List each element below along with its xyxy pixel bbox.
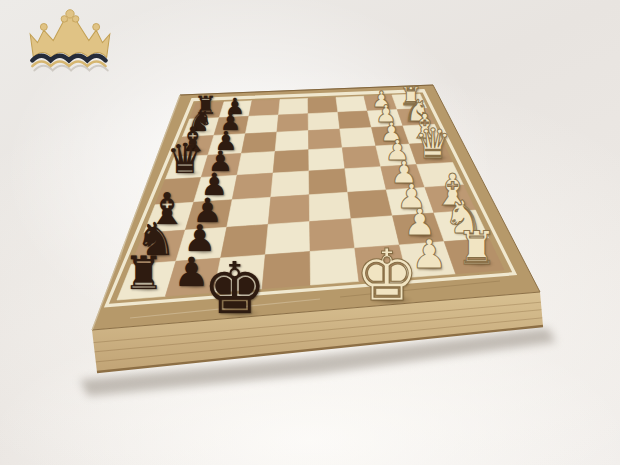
board-surface <box>0 0 620 465</box>
chess-set-product-photo: ♜♞♝♛♝♞♜♟♟♟♟♟♟♟♟♚♜♞♝♛♝♞♜♟♟♟♟♟♟♟♟♚ <box>0 0 620 465</box>
chess-board: ♜♞♝♛♝♞♜♟♟♟♟♟♟♟♟♚♜♞♝♛♝♞♜♟♟♟♟♟♟♟♟♚ <box>0 0 620 465</box>
